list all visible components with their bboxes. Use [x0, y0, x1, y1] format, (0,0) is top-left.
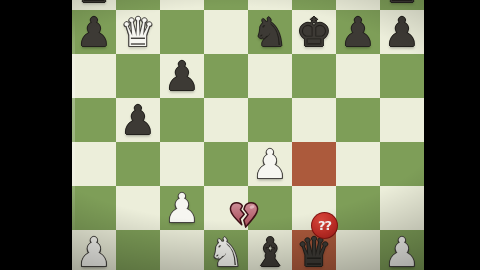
- square-b5[interactable]: ♟: [116, 98, 160, 142]
- black-pawn-b5[interactable]: ♟: [116, 98, 160, 142]
- square-h6[interactable]: [380, 54, 424, 98]
- white-knight-d2[interactable]: ♞: [204, 230, 248, 270]
- square-e4[interactable]: ♟: [248, 142, 292, 186]
- black-pawn-g7[interactable]: ♟: [336, 10, 380, 54]
- black-bishop-e2[interactable]: ♝: [248, 230, 292, 270]
- square-b2[interactable]: [116, 230, 160, 270]
- square-c5[interactable]: [160, 98, 204, 142]
- square-f7[interactable]: ♚: [292, 10, 336, 54]
- square-a5[interactable]: [72, 98, 116, 142]
- square-g6[interactable]: [336, 54, 380, 98]
- square-a4[interactable]: [72, 142, 116, 186]
- square-d4[interactable]: [204, 142, 248, 186]
- square-a7[interactable]: ♟: [72, 10, 116, 54]
- square-h7[interactable]: ♟: [380, 10, 424, 54]
- square-a2[interactable]: ♟: [72, 230, 116, 270]
- square-c7[interactable]: [160, 10, 204, 54]
- square-c2[interactable]: [160, 230, 204, 270]
- white-pawn-h2[interactable]: ♟: [380, 230, 424, 270]
- blunder-badge: ??: [311, 212, 338, 239]
- square-h4[interactable]: [380, 142, 424, 186]
- black-pawn-c6[interactable]: ♟: [160, 54, 204, 98]
- square-e7[interactable]: ♞: [248, 10, 292, 54]
- square-b6[interactable]: [116, 54, 160, 98]
- square-h5[interactable]: [380, 98, 424, 142]
- square-g2[interactable]: [336, 230, 380, 270]
- video-frame: ♜♜♟♛♞♚♟♟♟♟♟♟♟♞♝♛♟ ??: [0, 0, 480, 270]
- square-c6[interactable]: ♟: [160, 54, 204, 98]
- square-a6[interactable]: [72, 54, 116, 98]
- square-e5[interactable]: [248, 98, 292, 142]
- square-e2[interactable]: ♝: [248, 230, 292, 270]
- white-pawn-e4[interactable]: ♟: [248, 142, 292, 186]
- square-g7[interactable]: ♟: [336, 10, 380, 54]
- white-pawn-c3[interactable]: ♟: [160, 186, 204, 230]
- square-a3[interactable]: [72, 186, 116, 230]
- letterbox-right: [424, 0, 480, 270]
- square-c8[interactable]: [160, 0, 204, 10]
- square-d2[interactable]: ♞: [204, 230, 248, 270]
- video-artifact-streak: [72, 0, 75, 270]
- square-d8[interactable]: [204, 0, 248, 10]
- letterbox-left: [0, 0, 72, 270]
- broken-heart-icon: [227, 197, 261, 233]
- square-g5[interactable]: [336, 98, 380, 142]
- black-pawn-a7[interactable]: ♟: [72, 10, 116, 54]
- square-f6[interactable]: [292, 54, 336, 98]
- square-d6[interactable]: [204, 54, 248, 98]
- white-queen-b7[interactable]: ♛: [116, 10, 160, 54]
- board-viewport: ♜♜♟♛♞♚♟♟♟♟♟♟♟♞♝♛♟ ??: [72, 0, 424, 270]
- square-g4[interactable]: [336, 142, 380, 186]
- square-h3[interactable]: [380, 186, 424, 230]
- square-f4[interactable]: [292, 142, 336, 186]
- square-d5[interactable]: [204, 98, 248, 142]
- square-b3[interactable]: [116, 186, 160, 230]
- square-h2[interactable]: ♟: [380, 230, 424, 270]
- square-b7[interactable]: ♛: [116, 10, 160, 54]
- square-d7[interactable]: [204, 10, 248, 54]
- square-c3[interactable]: ♟: [160, 186, 204, 230]
- square-b4[interactable]: [116, 142, 160, 186]
- white-pawn-a2[interactable]: ♟: [72, 230, 116, 270]
- square-e6[interactable]: [248, 54, 292, 98]
- square-c4[interactable]: [160, 142, 204, 186]
- square-g3[interactable]: [336, 186, 380, 230]
- black-knight-e7[interactable]: ♞: [248, 10, 292, 54]
- black-king-f7[interactable]: ♚: [292, 10, 336, 54]
- black-pawn-h7[interactable]: ♟: [380, 10, 424, 54]
- square-f5[interactable]: [292, 98, 336, 142]
